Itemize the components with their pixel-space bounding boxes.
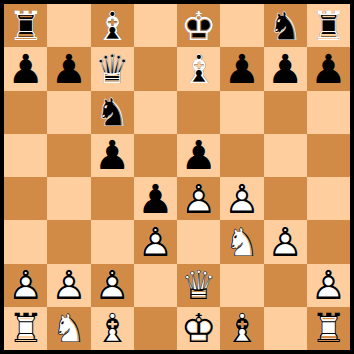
square-h2[interactable]: ♟♙ bbox=[307, 264, 350, 307]
piece-black-pawn[interactable]: ♟ bbox=[91, 134, 134, 177]
piece-black-bishop[interactable]: ♝♗ bbox=[91, 4, 134, 47]
square-g2[interactable] bbox=[264, 264, 307, 307]
white-pawn-detail-glyph: ♙ bbox=[134, 220, 177, 263]
square-g1[interactable] bbox=[264, 307, 307, 350]
white-knight-detail-glyph: ♘ bbox=[47, 307, 90, 350]
square-d7[interactable] bbox=[134, 47, 177, 90]
square-h7[interactable]: ♟ bbox=[307, 47, 350, 90]
black-pawn-fill-glyph: ♟ bbox=[91, 134, 134, 177]
piece-white-pawn[interactable]: ♟♙ bbox=[177, 177, 220, 220]
black-pawn-fill-glyph: ♟ bbox=[220, 47, 263, 90]
piece-black-knight[interactable]: ♞♘ bbox=[91, 91, 134, 134]
square-b5[interactable] bbox=[47, 134, 90, 177]
square-d8[interactable] bbox=[134, 4, 177, 47]
piece-white-bishop[interactable]: ♝♗ bbox=[220, 307, 263, 350]
black-bishop-detail-glyph: ♗ bbox=[91, 4, 134, 47]
piece-white-knight[interactable]: ♞♘ bbox=[220, 220, 263, 263]
square-e2[interactable]: ♛♕ bbox=[177, 264, 220, 307]
square-f8[interactable] bbox=[220, 4, 263, 47]
piece-black-rook[interactable]: ♜♖ bbox=[4, 4, 47, 47]
square-a6[interactable] bbox=[4, 91, 47, 134]
square-g3[interactable]: ♟♙ bbox=[264, 220, 307, 263]
square-b2[interactable]: ♟♙ bbox=[47, 264, 90, 307]
white-pawn-detail-glyph: ♙ bbox=[307, 264, 350, 307]
piece-white-pawn[interactable]: ♟♙ bbox=[4, 264, 47, 307]
square-d1[interactable] bbox=[134, 307, 177, 350]
black-bishop-detail-glyph: ♗ bbox=[177, 47, 220, 90]
square-g8[interactable]: ♞♘ bbox=[264, 4, 307, 47]
square-d6[interactable] bbox=[134, 91, 177, 134]
square-a5[interactable] bbox=[4, 134, 47, 177]
piece-white-bishop[interactable]: ♝♗ bbox=[91, 307, 134, 350]
piece-black-pawn[interactable]: ♟ bbox=[134, 177, 177, 220]
square-b3[interactable] bbox=[47, 220, 90, 263]
square-g6[interactable] bbox=[264, 91, 307, 134]
square-a7[interactable]: ♟ bbox=[4, 47, 47, 90]
square-c4[interactable] bbox=[91, 177, 134, 220]
piece-black-pawn[interactable]: ♟ bbox=[220, 47, 263, 90]
square-h8[interactable]: ♜♖ bbox=[307, 4, 350, 47]
board-frame: ♜♖♝♗♚♔♞♘♜♖♟♟♛♕♝♗♟♟♟♞♘♟♟♟♟♙♟♙♟♙♞♘♟♙♟♙♟♙♟♙… bbox=[0, 0, 354, 354]
square-f1[interactable]: ♝♗ bbox=[220, 307, 263, 350]
square-e7[interactable]: ♝♗ bbox=[177, 47, 220, 90]
square-e8[interactable]: ♚♔ bbox=[177, 4, 220, 47]
piece-black-pawn[interactable]: ♟ bbox=[177, 134, 220, 177]
square-h1[interactable]: ♜♖ bbox=[307, 307, 350, 350]
piece-white-knight[interactable]: ♞♘ bbox=[47, 307, 90, 350]
black-knight-detail-glyph: ♘ bbox=[264, 4, 307, 47]
piece-white-king[interactable]: ♚♔ bbox=[177, 307, 220, 350]
square-a2[interactable]: ♟♙ bbox=[4, 264, 47, 307]
chess-board: ♜♖♝♗♚♔♞♘♜♖♟♟♛♕♝♗♟♟♟♞♘♟♟♟♟♙♟♙♟♙♞♘♟♙♟♙♟♙♟♙… bbox=[4, 4, 350, 350]
piece-black-pawn[interactable]: ♟ bbox=[264, 47, 307, 90]
white-pawn-detail-glyph: ♙ bbox=[47, 264, 90, 307]
square-g7[interactable]: ♟ bbox=[264, 47, 307, 90]
square-h6[interactable] bbox=[307, 91, 350, 134]
square-d4[interactable]: ♟ bbox=[134, 177, 177, 220]
black-rook-detail-glyph: ♖ bbox=[4, 4, 47, 47]
white-pawn-detail-glyph: ♙ bbox=[177, 177, 220, 220]
square-f3[interactable]: ♞♘ bbox=[220, 220, 263, 263]
square-e6[interactable] bbox=[177, 91, 220, 134]
square-e3[interactable] bbox=[177, 220, 220, 263]
white-knight-detail-glyph: ♘ bbox=[220, 220, 263, 263]
square-d2[interactable] bbox=[134, 264, 177, 307]
black-king-detail-glyph: ♔ bbox=[177, 4, 220, 47]
piece-black-pawn[interactable]: ♟ bbox=[307, 47, 350, 90]
square-e1[interactable]: ♚♔ bbox=[177, 307, 220, 350]
square-c6[interactable]: ♞♘ bbox=[91, 91, 134, 134]
piece-white-pawn[interactable]: ♟♙ bbox=[91, 264, 134, 307]
white-pawn-detail-glyph: ♙ bbox=[91, 264, 134, 307]
piece-black-bishop[interactable]: ♝♗ bbox=[177, 47, 220, 90]
square-c3[interactable] bbox=[91, 220, 134, 263]
square-e5[interactable]: ♟ bbox=[177, 134, 220, 177]
square-c1[interactable]: ♝♗ bbox=[91, 307, 134, 350]
piece-black-king[interactable]: ♚♔ bbox=[177, 4, 220, 47]
square-h5[interactable] bbox=[307, 134, 350, 177]
square-c7[interactable]: ♛♕ bbox=[91, 47, 134, 90]
black-pawn-fill-glyph: ♟ bbox=[47, 47, 90, 90]
square-c8[interactable]: ♝♗ bbox=[91, 4, 134, 47]
white-pawn-detail-glyph: ♙ bbox=[220, 177, 263, 220]
piece-white-pawn[interactable]: ♟♙ bbox=[220, 177, 263, 220]
square-g4[interactable] bbox=[264, 177, 307, 220]
square-d5[interactable] bbox=[134, 134, 177, 177]
piece-black-pawn[interactable]: ♟ bbox=[47, 47, 90, 90]
black-pawn-fill-glyph: ♟ bbox=[307, 47, 350, 90]
square-a4[interactable] bbox=[4, 177, 47, 220]
square-f6[interactable] bbox=[220, 91, 263, 134]
square-e4[interactable]: ♟♙ bbox=[177, 177, 220, 220]
square-f7[interactable]: ♟ bbox=[220, 47, 263, 90]
black-queen-detail-glyph: ♕ bbox=[91, 47, 134, 90]
square-b1[interactable]: ♞♘ bbox=[47, 307, 90, 350]
piece-black-knight[interactable]: ♞♘ bbox=[264, 4, 307, 47]
black-pawn-fill-glyph: ♟ bbox=[4, 47, 47, 90]
square-c2[interactable]: ♟♙ bbox=[91, 264, 134, 307]
white-pawn-detail-glyph: ♙ bbox=[264, 220, 307, 263]
square-a1[interactable]: ♜♖ bbox=[4, 307, 47, 350]
black-pawn-fill-glyph: ♟ bbox=[264, 47, 307, 90]
square-b6[interactable] bbox=[47, 91, 90, 134]
square-c5[interactable]: ♟ bbox=[91, 134, 134, 177]
piece-black-pawn[interactable]: ♟ bbox=[4, 47, 47, 90]
white-bishop-detail-glyph: ♗ bbox=[91, 307, 134, 350]
square-f5[interactable] bbox=[220, 134, 263, 177]
piece-white-pawn[interactable]: ♟♙ bbox=[47, 264, 90, 307]
piece-white-queen[interactable]: ♛♕ bbox=[177, 264, 220, 307]
square-d3[interactable]: ♟♙ bbox=[134, 220, 177, 263]
black-pawn-fill-glyph: ♟ bbox=[134, 177, 177, 220]
piece-white-pawn[interactable]: ♟♙ bbox=[134, 220, 177, 263]
square-b4[interactable] bbox=[47, 177, 90, 220]
square-a3[interactable] bbox=[4, 220, 47, 263]
white-rook-detail-glyph: ♖ bbox=[4, 307, 47, 350]
piece-white-rook[interactable]: ♜♖ bbox=[4, 307, 47, 350]
white-rook-detail-glyph: ♖ bbox=[307, 307, 350, 350]
square-f2[interactable] bbox=[220, 264, 263, 307]
square-f4[interactable]: ♟♙ bbox=[220, 177, 263, 220]
black-pawn-fill-glyph: ♟ bbox=[177, 134, 220, 177]
piece-black-queen[interactable]: ♛♕ bbox=[91, 47, 134, 90]
piece-white-pawn[interactable]: ♟♙ bbox=[307, 264, 350, 307]
white-bishop-detail-glyph: ♗ bbox=[220, 307, 263, 350]
white-king-detail-glyph: ♔ bbox=[177, 307, 220, 350]
piece-white-rook[interactable]: ♜♖ bbox=[307, 307, 350, 350]
square-b8[interactable] bbox=[47, 4, 90, 47]
piece-black-rook[interactable]: ♜♖ bbox=[307, 4, 350, 47]
black-knight-detail-glyph: ♘ bbox=[91, 91, 134, 134]
square-b7[interactable]: ♟ bbox=[47, 47, 90, 90]
white-queen-detail-glyph: ♕ bbox=[177, 264, 220, 307]
square-h3[interactable] bbox=[307, 220, 350, 263]
square-a8[interactable]: ♜♖ bbox=[4, 4, 47, 47]
piece-white-pawn[interactable]: ♟♙ bbox=[264, 220, 307, 263]
black-rook-detail-glyph: ♖ bbox=[307, 4, 350, 47]
square-g5[interactable] bbox=[264, 134, 307, 177]
square-h4[interactable] bbox=[307, 177, 350, 220]
white-pawn-detail-glyph: ♙ bbox=[4, 264, 47, 307]
